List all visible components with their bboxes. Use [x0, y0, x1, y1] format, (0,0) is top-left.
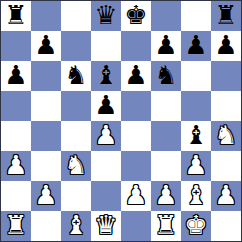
square-c2[interactable] [61, 181, 91, 211]
square-g4[interactable]: ♝ [181, 121, 211, 151]
square-d6[interactable]: ♝ [91, 61, 121, 91]
square-b1[interactable] [31, 211, 61, 241]
square-f5[interactable] [151, 91, 181, 121]
piece-black-bishop: ♝ [94, 62, 117, 88]
square-h3[interactable] [211, 151, 241, 181]
square-f1[interactable]: ♜ [151, 211, 181, 241]
piece-black-queen: ♛ [94, 2, 117, 28]
square-c1[interactable]: ♝ [61, 211, 91, 241]
square-a5[interactable] [1, 91, 31, 121]
piece-black-pawn: ♟ [34, 32, 57, 58]
piece-black-pawn: ♟ [94, 92, 117, 118]
square-a1[interactable]: ♜ [1, 211, 31, 241]
piece-white-knight: ♞ [214, 122, 237, 148]
square-g1[interactable]: ♚ [181, 211, 211, 241]
square-b2[interactable]: ♟ [31, 181, 61, 211]
piece-white-pawn: ♟ [4, 152, 27, 178]
square-a2[interactable] [1, 181, 31, 211]
square-g6[interactable] [181, 61, 211, 91]
piece-white-pawn: ♟ [154, 182, 177, 208]
square-h8[interactable]: ♜ [211, 1, 241, 31]
piece-black-pawn: ♟ [214, 32, 237, 58]
square-e1[interactable] [121, 211, 151, 241]
square-c7[interactable] [61, 31, 91, 61]
square-b8[interactable] [31, 1, 61, 31]
piece-black-bishop: ♝ [184, 122, 207, 148]
square-b5[interactable] [31, 91, 61, 121]
square-b6[interactable] [31, 61, 61, 91]
piece-white-rook: ♜ [4, 212, 27, 238]
square-e6[interactable]: ♟ [121, 61, 151, 91]
square-e8[interactable]: ♚ [121, 1, 151, 31]
square-h4[interactable]: ♞ [211, 121, 241, 151]
piece-white-pawn: ♟ [94, 122, 117, 148]
piece-black-pawn: ♟ [154, 32, 177, 58]
square-c8[interactable] [61, 1, 91, 31]
piece-white-pawn: ♟ [124, 182, 147, 208]
square-f4[interactable] [151, 121, 181, 151]
square-d1[interactable]: ♛ [91, 211, 121, 241]
square-c3[interactable]: ♞ [61, 151, 91, 181]
piece-black-rook: ♜ [4, 2, 27, 28]
piece-white-rook: ♜ [154, 212, 177, 238]
square-b3[interactable] [31, 151, 61, 181]
square-b4[interactable] [31, 121, 61, 151]
piece-white-queen: ♛ [94, 212, 117, 238]
square-f6[interactable]: ♞ [151, 61, 181, 91]
chess-board: ♜♛♚♜♟♟♟♟♟♞♝♟♞♟♟♝♞♟♞♟♟♟♟♝♟♜♝♛♜♚ [0, 0, 242, 242]
piece-black-knight: ♞ [154, 62, 177, 88]
piece-black-rook: ♜ [214, 2, 237, 28]
square-h2[interactable]: ♟ [211, 181, 241, 211]
square-a8[interactable]: ♜ [1, 1, 31, 31]
piece-black-king: ♚ [124, 2, 147, 28]
square-d7[interactable] [91, 31, 121, 61]
square-d3[interactable] [91, 151, 121, 181]
piece-white-pawn: ♟ [214, 182, 237, 208]
square-d5[interactable]: ♟ [91, 91, 121, 121]
square-d2[interactable] [91, 181, 121, 211]
square-e2[interactable]: ♟ [121, 181, 151, 211]
square-a4[interactable] [1, 121, 31, 151]
square-f3[interactable] [151, 151, 181, 181]
square-g5[interactable] [181, 91, 211, 121]
square-g3[interactable]: ♟ [181, 151, 211, 181]
square-e3[interactable] [121, 151, 151, 181]
piece-black-pawn: ♟ [4, 62, 27, 88]
piece-black-knight: ♞ [64, 62, 87, 88]
square-e4[interactable] [121, 121, 151, 151]
square-c6[interactable]: ♞ [61, 61, 91, 91]
square-h5[interactable] [211, 91, 241, 121]
square-h6[interactable] [211, 61, 241, 91]
square-f2[interactable]: ♟ [151, 181, 181, 211]
square-g7[interactable]: ♟ [181, 31, 211, 61]
piece-white-bishop: ♝ [64, 212, 87, 238]
square-g2[interactable]: ♝ [181, 181, 211, 211]
square-a3[interactable]: ♟ [1, 151, 31, 181]
piece-black-pawn: ♟ [124, 62, 147, 88]
square-d8[interactable]: ♛ [91, 1, 121, 31]
square-h7[interactable]: ♟ [211, 31, 241, 61]
square-f7[interactable]: ♟ [151, 31, 181, 61]
square-a7[interactable] [1, 31, 31, 61]
square-e7[interactable] [121, 31, 151, 61]
piece-black-pawn: ♟ [184, 32, 207, 58]
piece-white-bishop: ♝ [184, 182, 207, 208]
piece-white-pawn: ♟ [184, 152, 207, 178]
square-e5[interactable] [121, 91, 151, 121]
square-g8[interactable] [181, 1, 211, 31]
piece-white-king: ♚ [184, 212, 207, 238]
square-a6[interactable]: ♟ [1, 61, 31, 91]
piece-white-pawn: ♟ [34, 182, 57, 208]
square-c4[interactable] [61, 121, 91, 151]
square-b7[interactable]: ♟ [31, 31, 61, 61]
piece-white-knight: ♞ [64, 152, 87, 178]
square-d4[interactable]: ♟ [91, 121, 121, 151]
square-c5[interactable] [61, 91, 91, 121]
square-f8[interactable] [151, 1, 181, 31]
square-h1[interactable] [211, 211, 241, 241]
